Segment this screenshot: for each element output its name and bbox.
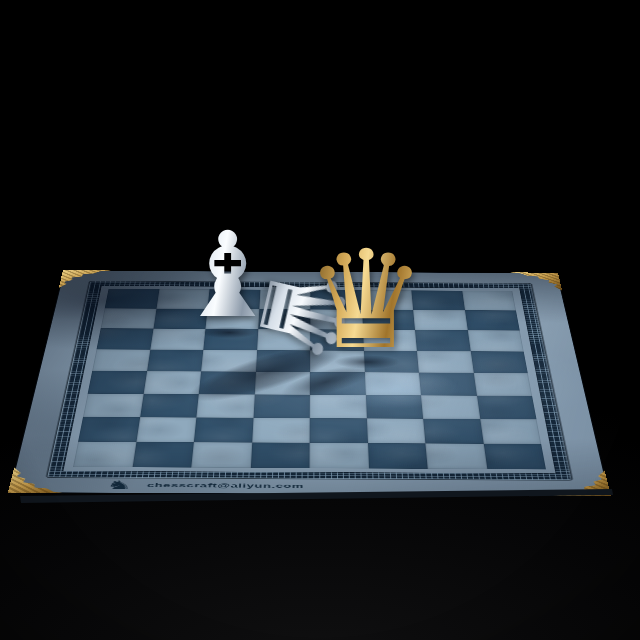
square-d2	[252, 418, 310, 443]
square-c5	[201, 350, 257, 372]
square-f3	[365, 395, 423, 419]
square-h2	[480, 419, 541, 444]
square-a7	[101, 308, 156, 328]
square-a4	[88, 371, 147, 394]
square-h6	[467, 330, 523, 351]
brand-email-text: chesscraft@aliyun.com	[147, 482, 304, 489]
square-a6	[97, 328, 154, 349]
square-e3	[310, 395, 367, 419]
square-g1	[425, 443, 486, 469]
square-a2	[78, 417, 140, 442]
brand-row: ♞ chesscraft@aliyun.com	[106, 478, 304, 492]
square-h7	[465, 310, 520, 330]
square-a5	[92, 349, 150, 371]
square-b5	[147, 349, 204, 371]
square-d4	[254, 372, 310, 395]
square-a8	[105, 289, 159, 309]
square-e1	[309, 443, 368, 469]
square-b3	[140, 394, 199, 418]
square-h5	[470, 351, 527, 373]
square-d3	[253, 394, 310, 418]
square-e2	[310, 418, 368, 443]
square-g4	[419, 373, 477, 396]
piece-silver-bishop: ♝	[175, 216, 281, 334]
photo-scene: ♞ chesscraft@aliyun.com ♛ ♝ ♛	[0, 0, 640, 640]
square-f2	[366, 418, 425, 443]
square-c2	[194, 418, 253, 443]
square-b1	[132, 442, 194, 468]
square-h1	[483, 444, 546, 470]
square-h8	[462, 291, 516, 311]
square-d1	[250, 442, 309, 468]
square-f1	[368, 443, 428, 469]
piece-gold-queen: ♛	[305, 232, 427, 368]
square-g3	[421, 395, 480, 419]
square-a3	[83, 393, 143, 417]
square-b2	[136, 417, 196, 442]
square-h3	[477, 395, 537, 419]
square-b4	[143, 371, 201, 394]
square-g2	[423, 419, 483, 444]
square-c4	[199, 371, 256, 394]
square-c1	[191, 442, 251, 468]
square-c3	[196, 394, 254, 418]
square-a1	[73, 441, 136, 467]
square-h4	[473, 373, 532, 396]
knight-icon: ♞	[104, 479, 134, 491]
